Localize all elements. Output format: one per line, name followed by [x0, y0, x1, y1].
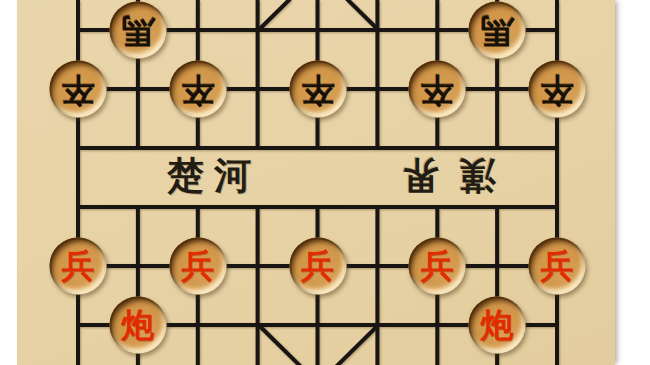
piece-red-soldier[interactable]: 兵 — [529, 238, 586, 295]
piece-black-soldier[interactable]: 卒 — [529, 61, 586, 118]
piece-red-soldier[interactable]: 兵 — [289, 238, 346, 295]
river-text-han-jie: 漢界 — [382, 157, 496, 194]
board-grid-lines — [17, 0, 615, 365]
piece-black-horse[interactable]: 馬 — [109, 2, 166, 59]
piece-red-cannon[interactable]: 炮 — [109, 297, 166, 354]
black-soldier-glyph: 卒 — [62, 74, 95, 107]
piece-black-horse[interactable]: 馬 — [469, 2, 526, 59]
black-soldier-glyph: 卒 — [181, 74, 214, 107]
piece-black-soldier[interactable]: 卒 — [50, 61, 107, 118]
piece-red-soldier[interactable]: 兵 — [409, 238, 466, 295]
red-soldier-glyph: 兵 — [62, 249, 95, 282]
red-soldier-glyph: 兵 — [541, 249, 574, 282]
piece-black-soldier[interactable]: 卒 — [169, 61, 226, 118]
piece-black-soldier[interactable]: 卒 — [289, 61, 346, 118]
red-soldier-glyph: 兵 — [181, 249, 214, 282]
red-soldier-glyph: 兵 — [301, 249, 334, 282]
red-cannon-glyph: 炮 — [481, 308, 514, 341]
piece-red-soldier[interactable]: 兵 — [50, 238, 107, 295]
black-soldier-glyph: 卒 — [301, 74, 334, 107]
piece-red-soldier[interactable]: 兵 — [169, 238, 226, 295]
red-soldier-glyph: 兵 — [421, 249, 454, 282]
screenshot: 楚河 漢界 馬馬卒卒卒卒卒兵兵兵兵兵炮炮 — [0, 0, 650, 365]
black-soldier-glyph: 卒 — [541, 74, 574, 107]
river-text-chu-he: 楚河 — [167, 157, 261, 194]
xiangqi-board: 楚河 漢界 馬馬卒卒卒卒卒兵兵兵兵兵炮炮 — [17, 0, 615, 365]
black-soldier-glyph: 卒 — [421, 74, 454, 107]
black-horse-glyph: 馬 — [481, 15, 514, 48]
black-horse-glyph: 馬 — [121, 15, 154, 48]
piece-red-cannon[interactable]: 炮 — [469, 297, 526, 354]
piece-black-soldier[interactable]: 卒 — [409, 61, 466, 118]
red-cannon-glyph: 炮 — [121, 308, 154, 341]
